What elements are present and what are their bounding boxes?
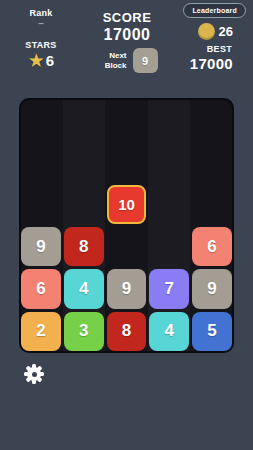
tile-4: 4 xyxy=(149,312,189,351)
stars-label: STARS xyxy=(16,40,66,50)
tile-9: 9 xyxy=(21,227,61,266)
tile-9: 9 xyxy=(107,269,147,308)
rank-value: – xyxy=(16,20,66,28)
score-panel: SCORE 17000 Next Block 9 xyxy=(74,10,180,73)
tile-8: 8 xyxy=(107,312,147,351)
best-panel: Leaderboard 26 BEST 17000 xyxy=(183,3,246,72)
next-block-label: Next Block xyxy=(97,51,127,70)
tile-6: 6 xyxy=(21,269,61,308)
next-block-value: 9 xyxy=(142,55,148,67)
board-grid: 109866497923845 xyxy=(21,100,232,351)
tile-7: 7 xyxy=(149,269,189,308)
settings-button[interactable] xyxy=(24,364,44,384)
tile-5: 5 xyxy=(192,312,232,351)
best-label: BEST xyxy=(207,44,232,54)
rank-label: Rank xyxy=(16,8,66,18)
next-block-panel: Next Block 9 xyxy=(74,48,180,73)
star-icon: ★ xyxy=(28,51,45,70)
tile-6: 6 xyxy=(192,227,232,266)
tile-2: 2 xyxy=(21,312,61,351)
stars-count: ★ 6 xyxy=(16,51,66,70)
tile-9: 9 xyxy=(192,269,232,308)
coin-icon xyxy=(198,23,215,40)
tile-4: 4 xyxy=(64,269,104,308)
next-block-tile: 9 xyxy=(133,48,158,73)
coins-count: 26 xyxy=(198,23,233,40)
score-label: SCORE xyxy=(74,10,180,25)
tile-3: 3 xyxy=(64,312,104,351)
coins-value: 26 xyxy=(219,24,233,39)
tile-10-falling: 10 xyxy=(107,185,147,224)
score-value: 17000 xyxy=(74,26,180,44)
stars-value: 6 xyxy=(46,52,54,69)
gear-icon xyxy=(24,364,44,384)
leaderboard-button[interactable]: Leaderboard xyxy=(183,3,246,18)
tile-8: 8 xyxy=(64,227,104,266)
best-value: 17000 xyxy=(190,55,233,72)
game-board[interactable]: 109866497923845 xyxy=(19,98,234,353)
rank-stars-panel: Rank – STARS ★ 6 xyxy=(16,8,66,70)
